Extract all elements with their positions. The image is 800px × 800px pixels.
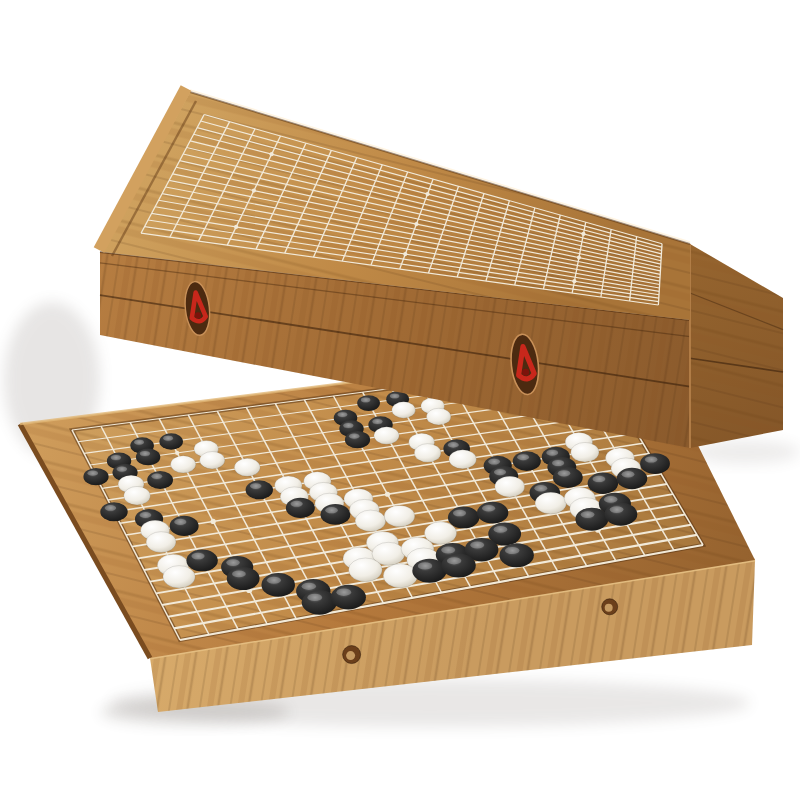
black-stone xyxy=(640,453,670,474)
white-stone xyxy=(124,486,151,505)
white-stone xyxy=(200,452,225,469)
white-stone xyxy=(392,402,416,418)
go-set-product-photo xyxy=(0,0,800,800)
black-stone xyxy=(186,550,217,572)
white-stone xyxy=(171,456,196,473)
black-stone xyxy=(331,585,366,610)
white-stone xyxy=(349,558,383,582)
black-stone xyxy=(286,498,315,518)
black-stone xyxy=(575,508,608,531)
white-stone xyxy=(383,564,417,588)
scene-canvas xyxy=(0,0,800,800)
white-stone xyxy=(146,532,176,553)
white-stone xyxy=(535,492,566,514)
white-stone xyxy=(426,408,450,425)
white-stone xyxy=(374,427,399,444)
black-stone xyxy=(159,433,183,449)
white-stone xyxy=(355,510,386,531)
closed-go-box xyxy=(99,88,783,448)
black-stone xyxy=(499,543,533,567)
black-stone xyxy=(448,507,479,529)
black-stone xyxy=(617,468,648,489)
white-stone xyxy=(449,450,476,469)
black-stone xyxy=(246,480,273,499)
black-stone xyxy=(345,431,370,448)
white-stone xyxy=(384,505,415,526)
black-stone xyxy=(83,468,108,485)
black-stone xyxy=(513,451,541,471)
black-stone xyxy=(147,471,173,489)
white-stone xyxy=(163,566,195,588)
black-stone xyxy=(588,473,619,494)
black-stone xyxy=(227,567,260,590)
black-stone xyxy=(441,554,475,578)
black-stone xyxy=(412,559,446,583)
black-stone xyxy=(553,467,583,488)
black-stone xyxy=(604,503,637,526)
white-stone xyxy=(414,444,441,463)
black-stone xyxy=(320,504,350,525)
white-stone xyxy=(571,442,599,462)
white-stone xyxy=(234,458,260,476)
black-stone xyxy=(261,573,295,597)
black-stone xyxy=(170,516,199,536)
black-stone xyxy=(357,395,380,411)
black-stone xyxy=(136,449,160,466)
black-stone xyxy=(100,502,127,521)
black-stone xyxy=(477,502,508,524)
white-stone xyxy=(495,476,525,497)
